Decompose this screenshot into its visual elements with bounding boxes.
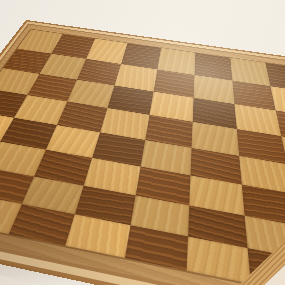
photo-empty-chessboard (0, 0, 285, 285)
chessboard (0, 20, 285, 285)
square-g1 (247, 248, 285, 285)
